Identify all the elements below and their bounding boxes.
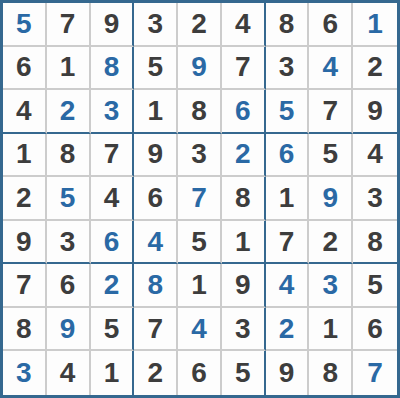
cell-r2c8[interactable]: 4 [309,47,353,91]
cell-r4c4[interactable]: 9 [134,134,178,178]
cell-r2c5[interactable]: 9 [178,47,222,91]
cell-digit: 5 [323,140,339,168]
cell-digit: 3 [104,97,120,125]
cell-digit: 5 [147,53,163,81]
cell-digit: 6 [147,184,163,212]
cell-r8c1[interactable]: 8 [3,308,47,352]
cell-r7c7[interactable]: 4 [266,264,310,308]
cell-r5c1[interactable]: 2 [3,177,47,221]
cell-digit: 9 [235,271,251,299]
cell-r8c4[interactable]: 7 [134,308,178,352]
cell-digit: 7 [60,10,76,38]
cell-digit: 3 [279,53,295,81]
cell-digit: 6 [323,10,339,38]
cell-digit: 4 [323,53,339,81]
cell-digit: 8 [279,10,295,38]
cell-r8c6[interactable]: 3 [222,308,266,352]
cell-digit: 7 [279,228,295,256]
cell-digit: 2 [279,315,295,343]
cell-r1c4[interactable]: 3 [134,3,178,47]
cell-r5c2[interactable]: 5 [47,177,91,221]
cell-digit: 5 [191,228,207,256]
cell-digit: 6 [191,359,207,387]
cell-r7c6[interactable]: 9 [222,264,266,308]
cell-r8c3[interactable]: 5 [91,308,135,352]
cell-r6c3[interactable]: 6 [91,221,135,265]
cell-digit: 9 [16,228,32,256]
cell-digit: 9 [279,359,295,387]
cell-digit: 4 [60,359,76,387]
cell-digit: 4 [191,315,207,343]
cell-r7c1[interactable]: 7 [3,264,47,308]
cell-r2c9[interactable]: 2 [353,47,397,91]
cell-r2c1[interactable]: 6 [3,47,47,91]
cell-r5c5[interactable]: 7 [178,177,222,221]
cell-digit: 1 [235,228,251,256]
cell-r2c7[interactable]: 3 [266,47,310,91]
cell-r7c5[interactable]: 1 [178,264,222,308]
cell-digit: 5 [16,10,32,38]
cell-digit: 4 [279,271,295,299]
cell-digit: 8 [323,359,339,387]
cell-r8c7[interactable]: 2 [266,308,310,352]
cell-digit: 2 [60,97,76,125]
sudoku-board: 5793248616185973424231865791879326542546… [0,0,400,398]
cell-digit: 6 [60,271,76,299]
cell-digit: 8 [104,53,120,81]
cell-r6c7[interactable]: 7 [266,221,310,265]
cell-r6c5[interactable]: 5 [178,221,222,265]
cell-r5c6[interactable]: 8 [222,177,266,221]
cell-r1c3[interactable]: 9 [91,3,135,47]
cell-digit: 6 [16,53,32,81]
cell-digit: 2 [367,53,383,81]
cell-r7c2[interactable]: 6 [47,264,91,308]
cell-r3c2[interactable]: 2 [47,90,91,134]
cell-r4c2[interactable]: 8 [47,134,91,178]
cell-r3c9[interactable]: 9 [353,90,397,134]
cell-digit: 8 [60,140,76,168]
cell-digit: 2 [16,184,32,212]
cell-digit: 9 [60,315,76,343]
cell-digit: 5 [279,97,295,125]
cell-r2c2[interactable]: 1 [47,47,91,91]
cell-digit: 8 [16,315,32,343]
cell-digit: 3 [147,10,163,38]
cell-r3c5[interactable]: 8 [178,90,222,134]
cell-r4c3[interactable]: 7 [91,134,135,178]
cell-digit: 9 [191,53,207,81]
cell-digit: 5 [235,359,251,387]
cell-r7c9[interactable]: 5 [353,264,397,308]
cell-digit: 4 [104,184,120,212]
cell-digit: 1 [323,315,339,343]
cell-digit: 7 [191,184,207,212]
cell-digit: 1 [16,140,32,168]
cell-r3c6[interactable]: 6 [222,90,266,134]
cell-r4c1[interactable]: 1 [3,134,47,178]
cell-digit: 7 [367,359,383,387]
cell-digit: 1 [60,53,76,81]
cell-digit: 1 [104,359,120,387]
cell-r9c6[interactable]: 5 [222,351,266,395]
cell-r1c9[interactable]: 1 [353,3,397,47]
cell-r9c4[interactable]: 2 [134,351,178,395]
cell-digit: 9 [367,97,383,125]
cell-digit: 5 [104,315,120,343]
cell-r3c8[interactable]: 7 [309,90,353,134]
cell-digit: 9 [147,140,163,168]
cell-digit: 4 [235,10,251,38]
cell-r1c8[interactable]: 6 [309,3,353,47]
cell-r7c4[interactable]: 8 [134,264,178,308]
cell-digit: 8 [191,97,207,125]
cell-r9c8[interactable]: 8 [309,351,353,395]
cell-r6c9[interactable]: 8 [353,221,397,265]
cell-r1c7[interactable]: 8 [266,3,310,47]
cell-r8c9[interactable]: 6 [353,308,397,352]
cell-r3c7[interactable]: 5 [266,90,310,134]
cell-r5c3[interactable]: 4 [91,177,135,221]
cell-r3c3[interactable]: 3 [91,90,135,134]
cell-digit: 6 [235,97,251,125]
cell-digit: 6 [367,315,383,343]
cell-r5c4[interactable]: 6 [134,177,178,221]
cell-r9c5[interactable]: 6 [178,351,222,395]
cell-digit: 8 [235,184,251,212]
cell-digit: 4 [16,97,32,125]
cell-digit: 2 [235,140,251,168]
cell-r9c9[interactable]: 7 [353,351,397,395]
cell-digit: 9 [104,10,120,38]
cell-r5c8[interactable]: 9 [309,177,353,221]
cell-digit: 9 [323,184,339,212]
cell-digit: 3 [323,271,339,299]
cell-r9c3[interactable]: 1 [91,351,135,395]
cell-digit: 3 [60,228,76,256]
cell-r6c4[interactable]: 4 [134,221,178,265]
cell-r9c2[interactable]: 4 [47,351,91,395]
cell-digit: 1 [147,97,163,125]
cell-digit: 5 [60,184,76,212]
cell-r6c6[interactable]: 1 [222,221,266,265]
cell-digit: 3 [235,315,251,343]
cell-digit: 7 [104,140,120,168]
cell-r2c6[interactable]: 7 [222,47,266,91]
cell-r1c2[interactable]: 7 [47,3,91,47]
cell-digit: 2 [104,271,120,299]
cell-r4c9[interactable]: 4 [353,134,397,178]
cell-r6c1[interactable]: 9 [3,221,47,265]
cell-digit: 3 [191,140,207,168]
cell-r9c7[interactable]: 9 [266,351,310,395]
cell-r4c5[interactable]: 3 [178,134,222,178]
cell-digit: 6 [104,228,120,256]
cell-digit: 7 [16,271,32,299]
cell-r6c8[interactable]: 2 [309,221,353,265]
cell-r4c6[interactable]: 2 [222,134,266,178]
cell-digit: 6 [279,140,295,168]
cell-digit: 7 [147,315,163,343]
cell-r4c7[interactable]: 6 [266,134,310,178]
cell-digit: 2 [147,359,163,387]
cell-digit: 8 [367,228,383,256]
cell-digit: 1 [279,184,295,212]
cell-r1c5[interactable]: 2 [178,3,222,47]
cell-digit: 1 [191,271,207,299]
cell-digit: 7 [235,53,251,81]
cell-r8c2[interactable]: 9 [47,308,91,352]
cell-r1c1[interactable]: 5 [3,3,47,47]
cell-digit: 7 [323,97,339,125]
cell-r2c4[interactable]: 5 [134,47,178,91]
cell-r4c8[interactable]: 5 [309,134,353,178]
cell-digit: 4 [367,140,383,168]
cell-digit: 1 [367,10,383,38]
cell-digit: 2 [191,10,207,38]
cell-r2c3[interactable]: 8 [91,47,135,91]
cell-r5c7[interactable]: 1 [266,177,310,221]
cell-r7c3[interactable]: 2 [91,264,135,308]
cell-r1c6[interactable]: 4 [222,3,266,47]
cell-digit: 5 [367,271,383,299]
cell-digit: 4 [147,228,163,256]
cell-digit: 3 [367,184,383,212]
cell-r5c9[interactable]: 3 [353,177,397,221]
cell-digit: 8 [147,271,163,299]
cell-r3c4[interactable]: 1 [134,90,178,134]
cell-r3c1[interactable]: 4 [3,90,47,134]
cell-r8c8[interactable]: 1 [309,308,353,352]
cell-digit: 3 [16,359,32,387]
cell-r9c1[interactable]: 3 [3,351,47,395]
cell-r6c2[interactable]: 3 [47,221,91,265]
cell-r8c5[interactable]: 4 [178,308,222,352]
cell-r7c8[interactable]: 3 [309,264,353,308]
cell-digit: 2 [323,228,339,256]
